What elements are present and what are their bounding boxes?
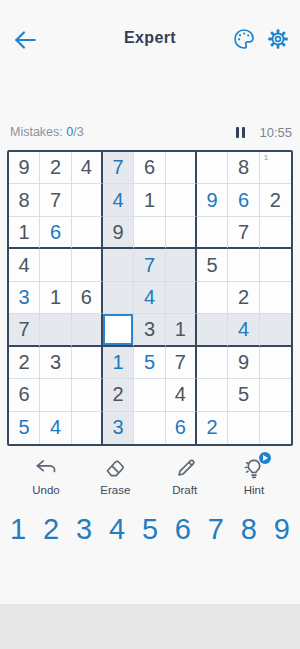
pencil-note: 1: [264, 153, 268, 162]
cell-r6c4-selected[interactable]: [103, 314, 134, 346]
cell-r2c4[interactable]: 4: [103, 184, 134, 216]
cell-r5c7[interactable]: [197, 282, 228, 314]
toolbar: Undo Erase Draft: [0, 455, 300, 500]
cell-r4c1[interactable]: 4: [9, 249, 40, 281]
cell-r8c9[interactable]: [260, 379, 291, 411]
timer: 10:55: [259, 125, 292, 140]
cell-r6c5[interactable]: 3: [134, 314, 165, 346]
numpad-2[interactable]: 2: [43, 515, 59, 544]
sudoku-board: 9247681874196216974753164273142315796245…: [7, 150, 293, 446]
cell-r1c7[interactable]: [197, 152, 228, 184]
eraser-icon: [102, 455, 128, 481]
cell-r5c3[interactable]: 6: [72, 282, 103, 314]
cell-r6c2[interactable]: [40, 314, 71, 346]
erase-button[interactable]: Erase: [93, 455, 137, 500]
cell-r1c5[interactable]: 6: [134, 152, 165, 184]
cell-r4c4[interactable]: [103, 249, 134, 281]
numpad-4[interactable]: 4: [109, 515, 125, 544]
cell-r4c5[interactable]: 7: [134, 249, 165, 281]
cell-r1c2[interactable]: 2: [40, 152, 71, 184]
cell-r3c8[interactable]: 7: [228, 217, 259, 249]
undo-label: Undo: [32, 484, 60, 496]
pencil-icon: [172, 455, 198, 481]
cell-r9c9[interactable]: [260, 412, 291, 444]
hint-play-badge: [259, 452, 271, 464]
cell-r8c5[interactable]: [134, 379, 165, 411]
undo-button[interactable]: Undo: [24, 455, 68, 500]
draft-label: Draft: [172, 484, 197, 496]
cell-r9c7[interactable]: 2: [197, 412, 228, 444]
pause-button[interactable]: [234, 125, 247, 140]
number-pad: 123456789: [0, 508, 300, 550]
cell-r3c7[interactable]: [197, 217, 228, 249]
cell-r9c3[interactable]: [72, 412, 103, 444]
cell-r9c1[interactable]: 5: [9, 412, 40, 444]
cell-r8c4[interactable]: 2: [103, 379, 134, 411]
cell-r6c1[interactable]: 7: [9, 314, 40, 346]
cell-r7c5[interactable]: 5: [134, 347, 165, 379]
cell-r4c2[interactable]: [40, 249, 71, 281]
cell-r4c6[interactable]: [166, 249, 197, 281]
cell-r6c8[interactable]: 4: [228, 314, 259, 346]
cell-r2c9[interactable]: 2: [260, 184, 291, 216]
cell-r5c5[interactable]: 4: [134, 282, 165, 314]
cell-r5c1[interactable]: 3: [9, 282, 40, 314]
numpad-7[interactable]: 7: [208, 515, 224, 544]
cell-r3c1[interactable]: 1: [9, 217, 40, 249]
numpad-8[interactable]: 8: [241, 515, 257, 544]
cell-r3c9[interactable]: [260, 217, 291, 249]
numpad-6[interactable]: 6: [175, 515, 191, 544]
cell-r8c2[interactable]: [40, 379, 71, 411]
undo-arrow-icon: [33, 455, 59, 481]
cell-r2c7[interactable]: 9: [197, 184, 228, 216]
cell-r9c8[interactable]: [228, 412, 259, 444]
header: Expert: [0, 24, 300, 56]
cell-r9c4[interactable]: 3: [103, 412, 134, 444]
cell-r6c9[interactable]: [260, 314, 291, 346]
bottom-band: [0, 604, 300, 649]
cell-r1c3[interactable]: 4: [72, 152, 103, 184]
cell-r5c4[interactable]: [103, 282, 134, 314]
cell-r5c8[interactable]: 2: [228, 282, 259, 314]
pause-icon: [236, 127, 239, 138]
cell-r6c3[interactable]: [72, 314, 103, 346]
cell-r4c9[interactable]: [260, 249, 291, 281]
cell-r5c6[interactable]: [166, 282, 197, 314]
cell-r2c8[interactable]: 6: [228, 184, 259, 216]
cell-r7c6[interactable]: 7: [166, 347, 197, 379]
cell-r6c7[interactable]: [197, 314, 228, 346]
cell-r1c8[interactable]: 8: [228, 152, 259, 184]
settings-button[interactable]: [266, 27, 290, 51]
cell-r7c1[interactable]: 2: [9, 347, 40, 379]
numpad-3[interactable]: 3: [76, 515, 92, 544]
cell-r8c8[interactable]: 5: [228, 379, 259, 411]
cell-r1c9[interactable]: 1: [260, 152, 291, 184]
cell-r5c9[interactable]: [260, 282, 291, 314]
cell-r7c2[interactable]: 3: [40, 347, 71, 379]
cell-r8c3[interactable]: [72, 379, 103, 411]
cell-r7c9[interactable]: [260, 347, 291, 379]
app-frame: Expert: [0, 0, 300, 649]
cell-r3c6[interactable]: [166, 217, 197, 249]
cell-r9c6[interactable]: 6: [166, 412, 197, 444]
numpad-5[interactable]: 5: [142, 515, 158, 544]
mistakes-label: Mistakes:: [10, 125, 63, 139]
cell-r7c3[interactable]: [72, 347, 103, 379]
cell-r9c2[interactable]: 4: [40, 412, 71, 444]
cell-r3c4[interactable]: 9: [103, 217, 134, 249]
cell-r4c3[interactable]: [72, 249, 103, 281]
cell-r4c7[interactable]: 5: [197, 249, 228, 281]
hint-button[interactable]: Hint: [232, 455, 276, 500]
theme-palette-button[interactable]: [232, 27, 256, 51]
cell-r8c7[interactable]: [197, 379, 228, 411]
numpad-9[interactable]: 9: [274, 515, 290, 544]
cell-r5c2[interactable]: 1: [40, 282, 71, 314]
cell-r3c3[interactable]: [72, 217, 103, 249]
hint-label: Hint: [244, 484, 264, 496]
gear-icon: [266, 27, 290, 51]
palette-icon: [232, 27, 256, 51]
cell-r6c6[interactable]: 1: [166, 314, 197, 346]
cell-r2c2[interactable]: 7: [40, 184, 71, 216]
draft-button[interactable]: Draft: [163, 455, 207, 500]
mistakes-counter: Mistakes: 0/3: [10, 125, 84, 139]
cell-r7c8[interactable]: 9: [228, 347, 259, 379]
cell-r8c1[interactable]: 6: [9, 379, 40, 411]
erase-label: Erase: [100, 484, 130, 496]
cell-r4c8[interactable]: [228, 249, 259, 281]
cell-r3c2[interactable]: 6: [40, 217, 71, 249]
mistakes-total: /3: [73, 125, 83, 139]
status-bar: Mistakes: 0/3 10:55: [10, 122, 292, 142]
cell-r3c5[interactable]: [134, 217, 165, 249]
cell-r1c4[interactable]: 7: [103, 152, 134, 184]
cell-r2c6[interactable]: [166, 184, 197, 216]
numpad-1[interactable]: 1: [10, 515, 26, 544]
cell-r7c4[interactable]: 1: [103, 347, 134, 379]
cell-r1c6[interactable]: [166, 152, 197, 184]
cell-r1c1[interactable]: 9: [9, 152, 40, 184]
cell-r8c6[interactable]: 4: [166, 379, 197, 411]
cell-r2c5[interactable]: 1: [134, 184, 165, 216]
cell-r9c5[interactable]: [134, 412, 165, 444]
cell-r2c1[interactable]: 8: [9, 184, 40, 216]
cell-r7c7[interactable]: [197, 347, 228, 379]
cell-r2c3[interactable]: [72, 184, 103, 216]
